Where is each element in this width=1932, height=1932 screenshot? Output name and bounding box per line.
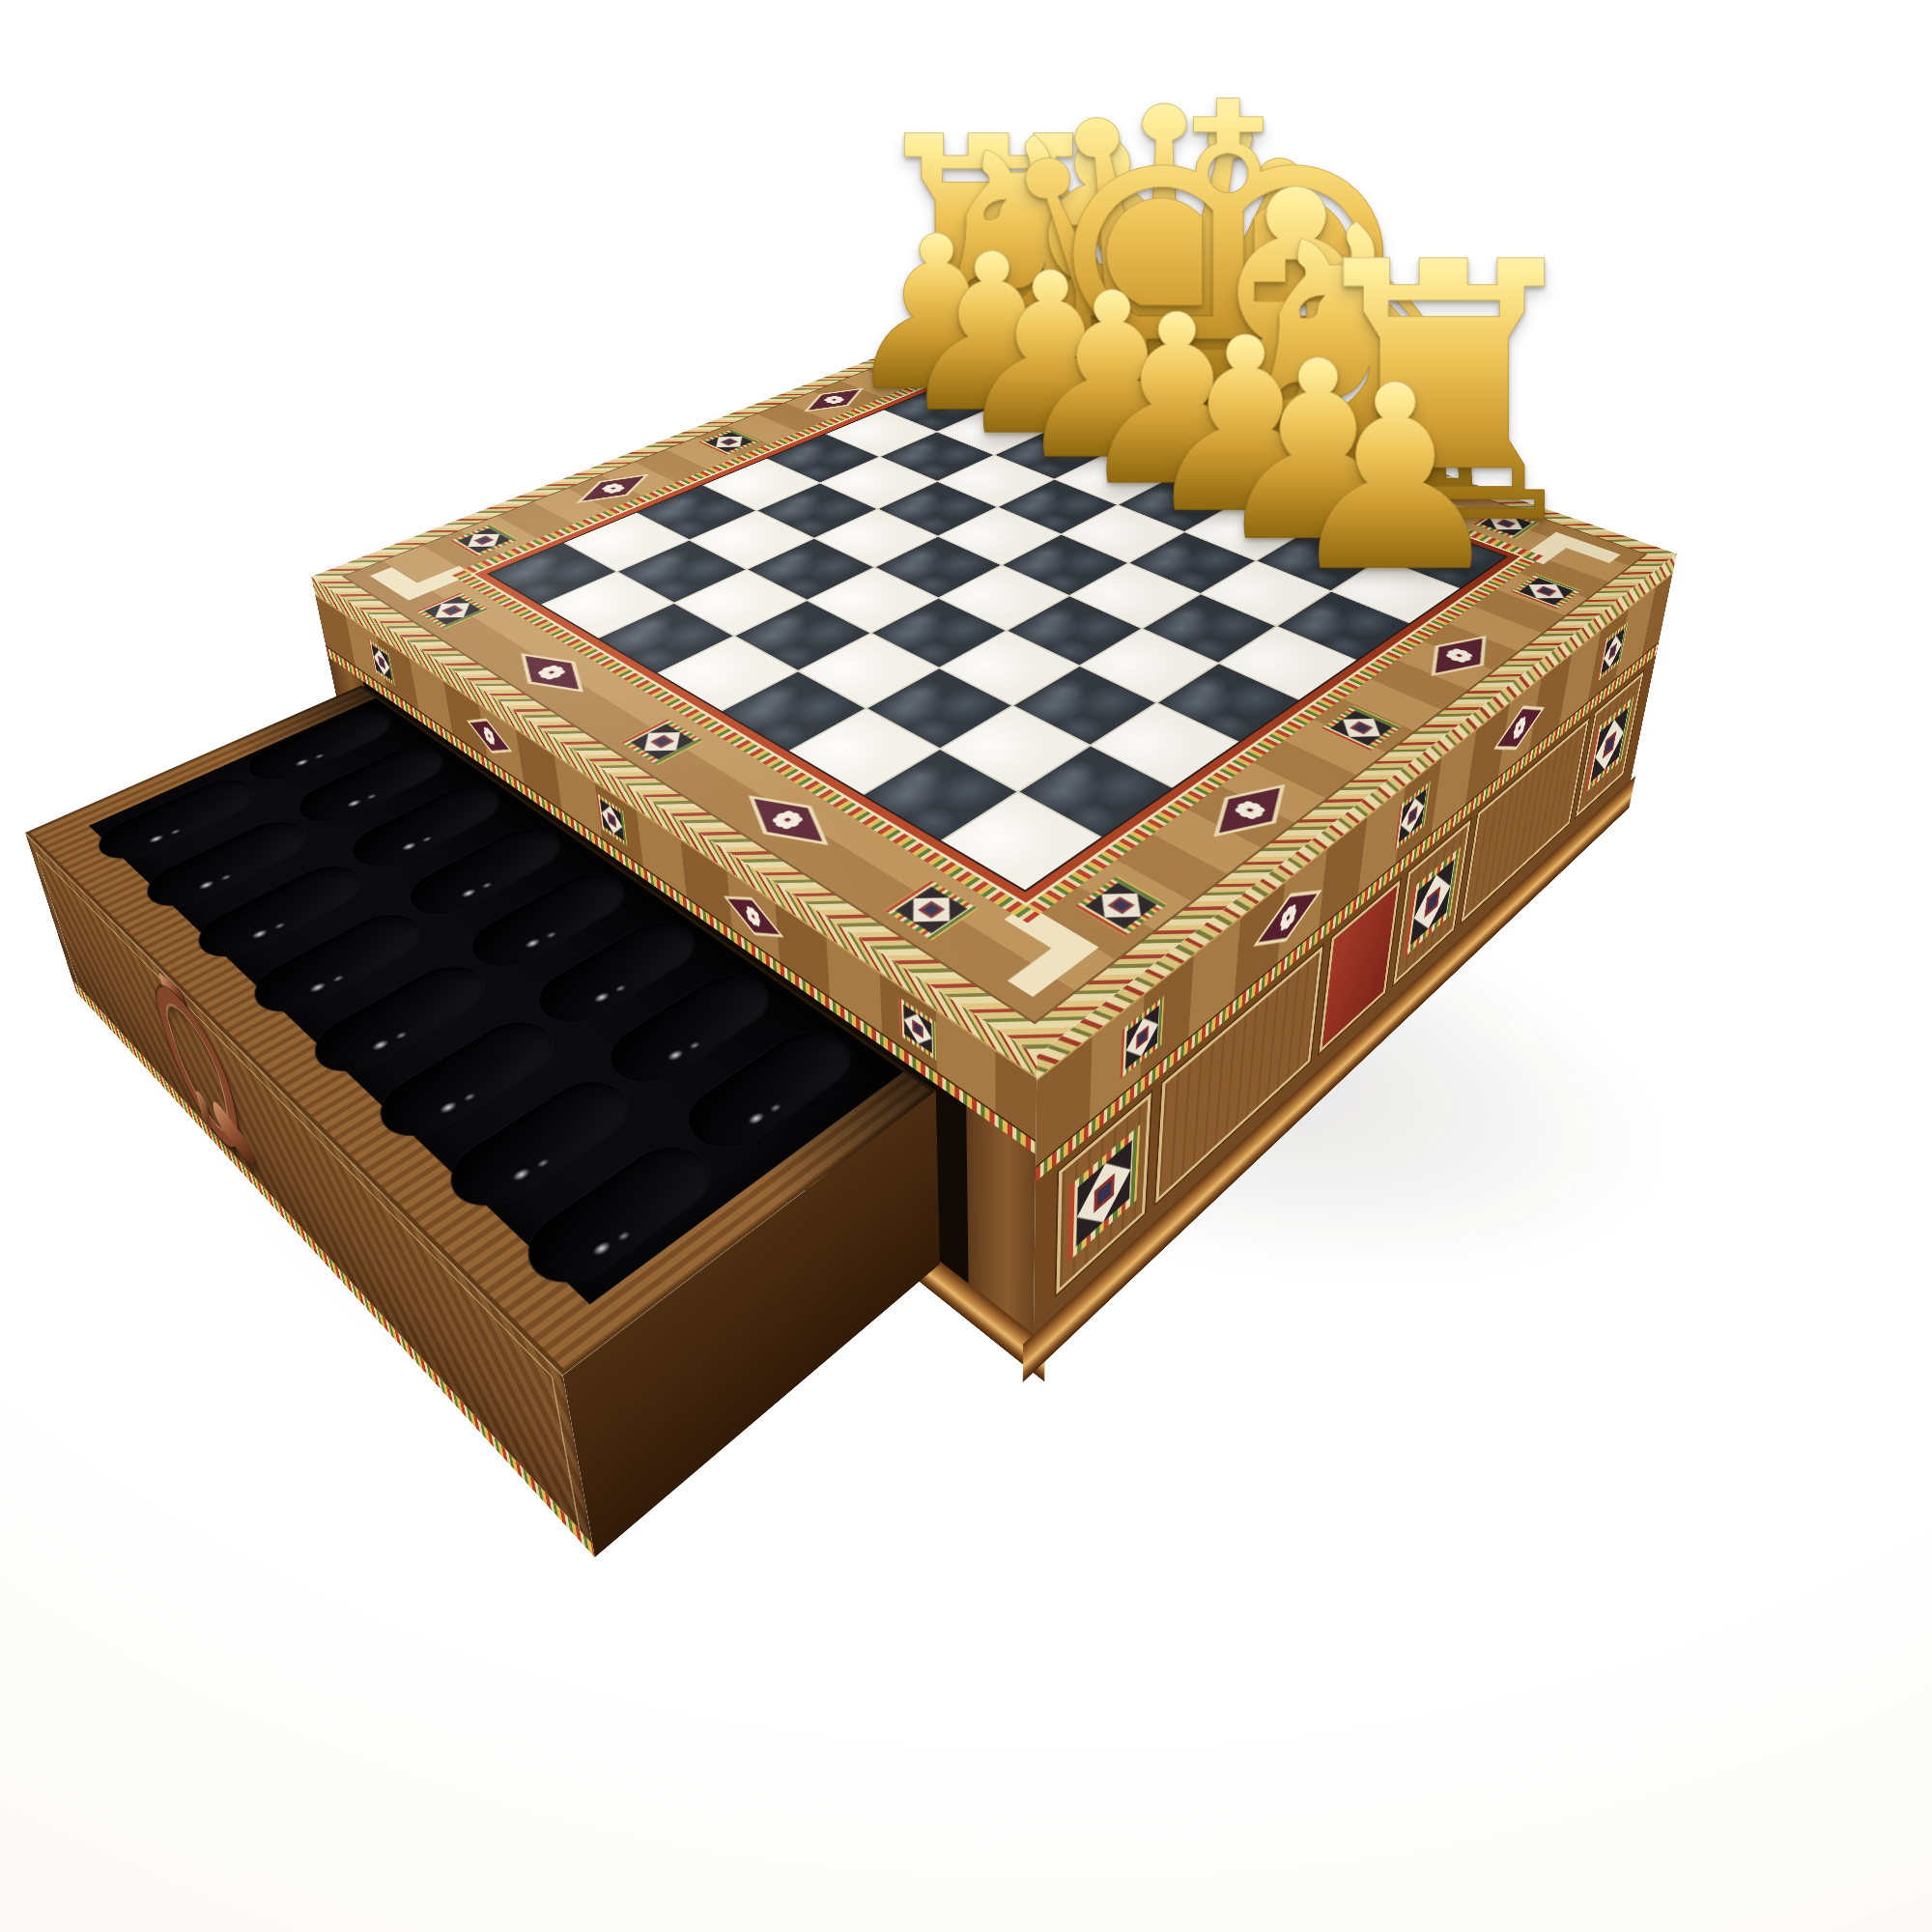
- piece-gold-pawn-h7[interactable]: ♟: [1281, 353, 1509, 607]
- star-inlay-icon: [416, 592, 490, 629]
- star-inlay-icon: [621, 719, 703, 765]
- star-inlay-icon: [885, 880, 978, 940]
- scene: ♜♞♝♛♚♝♞♜♟♟♟♟♟♟♟♟: [0, 0, 1932, 1932]
- star-inlay-icon: [1585, 696, 1634, 794]
- star-inlay-icon: [1321, 705, 1402, 751]
- star-inlay-icon: [1075, 876, 1168, 936]
- star-inlay-icon: [1067, 1124, 1140, 1263]
- star-inlay-icon: [1404, 847, 1461, 958]
